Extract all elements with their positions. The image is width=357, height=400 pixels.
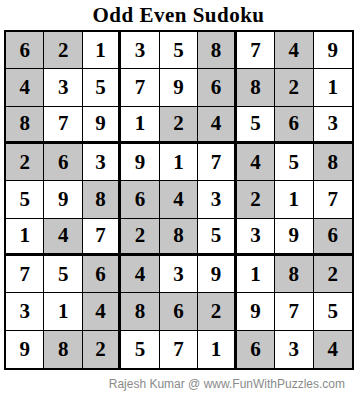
cell-r3c5: 2 xyxy=(160,107,198,144)
cell-r2c3: 5 xyxy=(83,69,121,106)
cell-r4c9: 8 xyxy=(314,144,352,181)
cell-r7c5: 3 xyxy=(160,256,198,293)
cell-r1c4: 3 xyxy=(121,32,159,69)
cell-r1c1: 6 xyxy=(6,32,44,69)
cell-r9c8: 3 xyxy=(275,331,313,368)
cell-r7c8: 8 xyxy=(275,256,313,293)
cell-r2c2: 3 xyxy=(44,69,82,106)
cell-r3c2: 7 xyxy=(44,107,82,144)
cell-r2c7: 8 xyxy=(237,69,275,106)
cell-r9c6: 1 xyxy=(198,331,236,368)
puzzle-page: Odd Even Sudoku 621358749435796821879124… xyxy=(0,0,357,400)
cell-r8c7: 9 xyxy=(237,293,275,330)
cell-r2c5: 9 xyxy=(160,69,198,106)
cell-r3c7: 5 xyxy=(237,107,275,144)
cell-r8c2: 1 xyxy=(44,293,82,330)
cell-r5c8: 1 xyxy=(275,181,313,218)
cell-r8c8: 7 xyxy=(275,293,313,330)
cell-r8c4: 8 xyxy=(121,293,159,330)
cell-r4c6: 7 xyxy=(198,144,236,181)
cell-r8c9: 5 xyxy=(314,293,352,330)
cell-r4c5: 1 xyxy=(160,144,198,181)
cell-r2c6: 6 xyxy=(198,69,236,106)
cell-r5c7: 2 xyxy=(237,181,275,218)
page-title: Odd Even Sudoku xyxy=(0,0,357,30)
cell-r8c3: 4 xyxy=(83,293,121,330)
attribution-text: Rajesh Kumar @ www.FunWithPuzzles.com xyxy=(0,377,357,391)
cell-r1c7: 7 xyxy=(237,32,275,69)
cell-r4c7: 4 xyxy=(237,144,275,181)
cell-r3c9: 3 xyxy=(314,107,352,144)
cell-r1c8: 4 xyxy=(275,32,313,69)
cell-r1c2: 2 xyxy=(44,32,82,69)
cell-r3c6: 4 xyxy=(198,107,236,144)
cell-r6c2: 4 xyxy=(44,219,82,256)
cell-r3c4: 1 xyxy=(121,107,159,144)
cell-r4c3: 3 xyxy=(83,144,121,181)
cell-r5c3: 8 xyxy=(83,181,121,218)
cell-r7c3: 6 xyxy=(83,256,121,293)
cell-r3c8: 6 xyxy=(275,107,313,144)
cell-r9c5: 7 xyxy=(160,331,198,368)
cell-r7c1: 7 xyxy=(6,256,44,293)
cell-r9c4: 5 xyxy=(121,331,159,368)
cell-r4c2: 6 xyxy=(44,144,82,181)
cell-r8c6: 2 xyxy=(198,293,236,330)
cell-r4c8: 5 xyxy=(275,144,313,181)
cell-r7c4: 4 xyxy=(121,256,159,293)
cell-r6c6: 5 xyxy=(198,219,236,256)
cell-r9c3: 2 xyxy=(83,331,121,368)
cell-r6c1: 1 xyxy=(6,219,44,256)
cell-r6c9: 6 xyxy=(314,219,352,256)
cell-r5c9: 7 xyxy=(314,181,352,218)
cell-r5c6: 3 xyxy=(198,181,236,218)
cell-r1c9: 9 xyxy=(314,32,352,69)
cell-r9c7: 6 xyxy=(237,331,275,368)
cell-r4c1: 2 xyxy=(6,144,44,181)
cell-r7c7: 1 xyxy=(237,256,275,293)
cell-r9c2: 8 xyxy=(44,331,82,368)
cell-r6c3: 7 xyxy=(83,219,121,256)
sudoku-board: 6213587494357968218791245632639174585986… xyxy=(4,30,354,370)
cell-r1c5: 5 xyxy=(160,32,198,69)
cell-r5c1: 5 xyxy=(6,181,44,218)
cell-r2c1: 4 xyxy=(6,69,44,106)
cell-r6c4: 2 xyxy=(121,219,159,256)
cell-r7c2: 5 xyxy=(44,256,82,293)
cell-r8c5: 6 xyxy=(160,293,198,330)
cell-r3c3: 9 xyxy=(83,107,121,144)
cell-r6c7: 3 xyxy=(237,219,275,256)
cell-r9c1: 9 xyxy=(6,331,44,368)
cell-r6c8: 9 xyxy=(275,219,313,256)
cell-r8c1: 3 xyxy=(6,293,44,330)
cell-r4c4: 9 xyxy=(121,144,159,181)
cell-r1c3: 1 xyxy=(83,32,121,69)
cell-r2c8: 2 xyxy=(275,69,313,106)
cell-r2c4: 7 xyxy=(121,69,159,106)
cell-r5c2: 9 xyxy=(44,181,82,218)
cell-r9c9: 4 xyxy=(314,331,352,368)
cell-r3c1: 8 xyxy=(6,107,44,144)
cell-r1c6: 8 xyxy=(198,32,236,69)
cell-r5c5: 4 xyxy=(160,181,198,218)
cell-r2c9: 1 xyxy=(314,69,352,106)
cell-r5c4: 6 xyxy=(121,181,159,218)
cell-r7c9: 2 xyxy=(314,256,352,293)
cell-r6c5: 8 xyxy=(160,219,198,256)
cell-r7c6: 9 xyxy=(198,256,236,293)
